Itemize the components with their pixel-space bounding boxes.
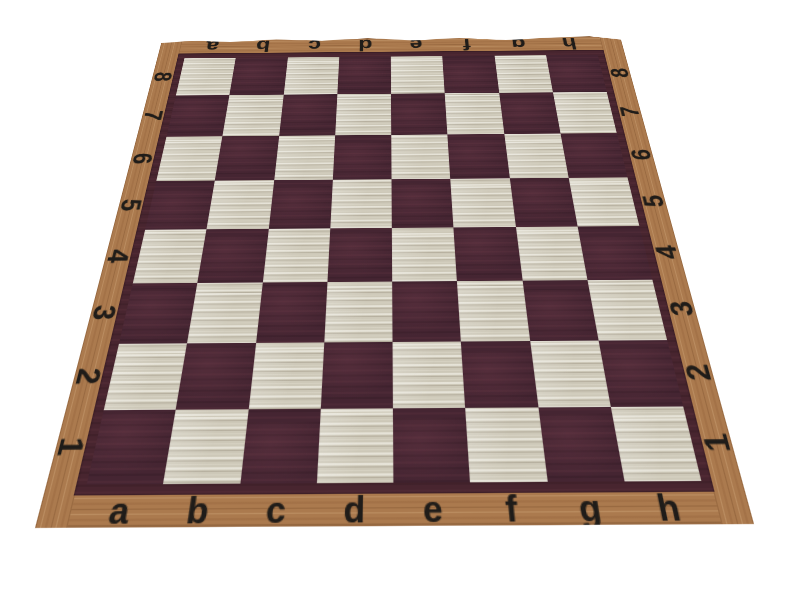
- square-f7: [445, 93, 504, 134]
- rank-label-right-6: 6: [627, 149, 656, 160]
- square-d6: [333, 135, 392, 180]
- file-label-top-c: c: [307, 38, 321, 54]
- square-b1: [163, 409, 248, 484]
- square-g1: [538, 407, 624, 482]
- square-h6: [560, 133, 627, 178]
- file-label-bottom-e: e: [422, 491, 443, 528]
- rank-label-right-3: 3: [665, 301, 699, 316]
- square-a5: [145, 180, 215, 229]
- photo-background: aabbccddeeffgghh1122334455667788: [0, 0, 800, 589]
- rank-label-right-8: 8: [607, 68, 633, 78]
- file-label-bottom-f: f: [504, 490, 519, 527]
- file-label-top-d: d: [358, 37, 372, 53]
- file-label-top-f: f: [463, 36, 472, 52]
- file-label-bottom-h: h: [654, 490, 684, 528]
- square-f8: [442, 56, 498, 94]
- file-label-bottom-a: a: [106, 493, 133, 530]
- file-label-bottom-b: b: [184, 492, 211, 529]
- file-label-top-e: e: [410, 37, 423, 53]
- rank-label-right-4: 4: [651, 245, 683, 259]
- rank-label-left-4: 4: [102, 249, 134, 263]
- file-label-bottom-c: c: [264, 492, 287, 529]
- board-grid: [87, 55, 702, 485]
- square-h7: [553, 92, 617, 133]
- square-a4: [133, 229, 207, 283]
- square-g8: [494, 55, 553, 93]
- square-b8: [230, 57, 288, 95]
- square-d3: [324, 282, 392, 342]
- square-c5: [268, 180, 332, 229]
- file-label-bottom-d: d: [343, 491, 366, 529]
- file-label-top-g: g: [510, 36, 527, 52]
- square-f3: [457, 281, 529, 341]
- square-f4: [454, 227, 523, 281]
- square-e7: [391, 93, 448, 134]
- square-b3: [187, 283, 262, 343]
- rank-label-left-1: 1: [52, 437, 90, 456]
- square-f1: [465, 407, 547, 482]
- square-h5: [568, 177, 639, 226]
- square-c4: [262, 228, 330, 282]
- rank-label-right-1: 1: [698, 433, 737, 452]
- rank-label-left-8: 8: [150, 72, 176, 82]
- rank-label-right-5: 5: [638, 195, 669, 208]
- square-d8: [337, 57, 391, 95]
- square-e5: [392, 179, 454, 228]
- chess-board-mat: aabbccddeeffgghh1122334455667788: [35, 36, 754, 528]
- square-c2: [248, 342, 324, 409]
- rank-label-right-7: 7: [616, 107, 644, 117]
- square-b5: [207, 180, 274, 229]
- square-e2: [393, 341, 466, 408]
- square-f5: [450, 178, 515, 227]
- coordinate-labels: aabbccddeeffgghh1122334455667788: [162, 36, 620, 40]
- square-a8: [176, 58, 236, 96]
- square-h4: [577, 226, 652, 280]
- square-a3: [119, 283, 197, 343]
- square-c3: [256, 282, 328, 342]
- square-d5: [330, 179, 392, 228]
- file-label-bottom-g: g: [576, 490, 604, 528]
- rank-label-left-3: 3: [87, 305, 121, 320]
- square-g6: [504, 133, 569, 178]
- square-a6: [156, 136, 222, 181]
- rank-label-left-7: 7: [139, 111, 166, 121]
- file-label-top-h: h: [561, 35, 579, 51]
- square-f2: [461, 341, 538, 408]
- square-b7: [223, 95, 284, 136]
- rank-label-right-2: 2: [680, 363, 716, 380]
- square-g4: [515, 227, 587, 281]
- rank-label-left-6: 6: [128, 153, 157, 164]
- square-d4: [327, 228, 392, 282]
- square-g7: [499, 93, 560, 134]
- file-label-top-a: a: [204, 38, 220, 54]
- square-h8: [546, 55, 607, 93]
- square-e1: [393, 408, 470, 483]
- square-e4: [392, 227, 457, 281]
- rank-label-left-2: 2: [70, 367, 106, 384]
- square-c8: [283, 57, 339, 95]
- square-d1: [317, 408, 394, 483]
- square-a2: [104, 343, 188, 410]
- square-g3: [522, 280, 598, 340]
- square-c6: [274, 135, 335, 180]
- square-b6: [215, 135, 279, 180]
- file-label-top-b: b: [255, 38, 271, 54]
- square-e3: [392, 281, 461, 341]
- square-c1: [240, 409, 321, 484]
- square-e8: [391, 56, 445, 94]
- square-e6: [391, 134, 450, 179]
- square-b2: [176, 342, 256, 409]
- square-d7: [335, 94, 391, 135]
- rank-label-left-5: 5: [116, 199, 146, 212]
- square-b4: [198, 229, 269, 283]
- square-f6: [448, 134, 510, 179]
- square-g5: [509, 178, 577, 227]
- square-d2: [321, 341, 393, 408]
- square-c7: [279, 94, 337, 135]
- square-g2: [530, 340, 611, 407]
- square-a7: [166, 95, 229, 136]
